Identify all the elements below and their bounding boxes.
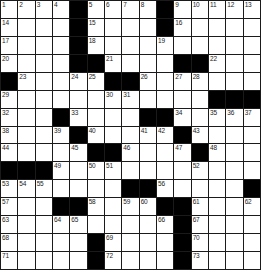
cell-r2c13[interactable] <box>209 19 225 36</box>
clue-number-24: 24 <box>71 73 78 80</box>
black-cell-r15c6 <box>88 252 104 269</box>
cell-r7c13[interactable]: 35 <box>209 109 225 126</box>
cell-r10c13[interactable] <box>209 162 225 179</box>
cell-r15c9[interactable] <box>140 252 156 269</box>
cell-r12c1[interactable]: 57 <box>1 198 17 215</box>
clue-number-73: 73 <box>193 252 200 259</box>
cell-r6c2[interactable] <box>18 91 34 108</box>
black-cell-r6c13 <box>209 91 225 108</box>
cell-r5c10[interactable] <box>157 73 173 90</box>
cell-r3c2[interactable] <box>18 37 34 54</box>
black-cell-r8c11 <box>174 127 190 144</box>
black-cell-r12c10 <box>157 198 173 215</box>
cell-r6c11[interactable] <box>174 91 190 108</box>
cell-r15c3[interactable] <box>36 252 52 269</box>
cell-r12c14[interactable] <box>226 198 242 215</box>
cell-r9c13[interactable]: 48 <box>209 144 225 161</box>
cell-r12c7[interactable] <box>105 198 121 215</box>
cell-r6c3[interactable] <box>36 91 52 108</box>
clue-number-41: 41 <box>141 127 148 134</box>
cell-r13c3[interactable] <box>36 216 52 233</box>
black-cell-r11c15 <box>244 180 260 197</box>
cell-r10c14[interactable] <box>226 162 242 179</box>
black-cell-r14c11 <box>174 234 190 251</box>
black-cell-r11c9 <box>140 180 156 197</box>
cell-r3c4[interactable] <box>53 37 69 54</box>
cell-r3c13[interactable] <box>209 37 225 54</box>
clue-number-10: 10 <box>193 1 200 8</box>
cell-r2c6[interactable]: 15 <box>88 19 104 36</box>
cell-r11c2[interactable]: 54 <box>18 180 34 197</box>
cell-r1c12[interactable]: 10 <box>192 1 208 18</box>
cell-r4c8[interactable] <box>122 55 138 72</box>
cell-r1c7[interactable]: 6 <box>105 1 121 18</box>
cell-r13c15[interactable] <box>244 216 260 233</box>
clue-number-40: 40 <box>89 127 96 134</box>
cell-r12c13[interactable] <box>209 198 225 215</box>
clue-number-69: 69 <box>106 234 113 241</box>
cell-r4c4[interactable] <box>53 55 69 72</box>
cell-r3c15[interactable] <box>244 37 260 54</box>
black-cell-r4c5 <box>70 55 86 72</box>
clue-number-47: 47 <box>175 144 182 151</box>
cell-r8c13[interactable] <box>209 127 225 144</box>
clue-number-7: 7 <box>123 1 126 8</box>
cell-r15c10[interactable] <box>157 252 173 269</box>
cell-r10c12[interactable]: 52 <box>192 162 208 179</box>
cell-r8c1[interactable]: 38 <box>1 127 17 144</box>
cell-r3c14[interactable] <box>226 37 242 54</box>
clue-number-29: 29 <box>2 91 9 98</box>
cell-r7c12[interactable] <box>192 109 208 126</box>
cell-r1c3[interactable]: 3 <box>36 1 52 18</box>
clue-number-13: 13 <box>245 1 252 8</box>
cell-r13c6[interactable] <box>88 216 104 233</box>
cell-r7c11[interactable]: 34 <box>174 109 190 126</box>
clue-number-39: 39 <box>54 127 61 134</box>
cell-r2c9[interactable] <box>140 19 156 36</box>
cell-r10c9[interactable] <box>140 162 156 179</box>
clue-number-70: 70 <box>193 234 200 241</box>
cell-r8c14[interactable] <box>226 127 242 144</box>
clue-number-38: 38 <box>2 127 9 134</box>
black-cell-r14c6 <box>88 234 104 251</box>
cell-r12c15[interactable]: 62 <box>244 198 260 215</box>
cell-r13c7[interactable] <box>105 216 121 233</box>
cell-r1c15[interactable]: 13 <box>244 1 260 18</box>
clue-number-2: 2 <box>19 1 22 8</box>
cell-r6c8[interactable]: 31 <box>122 91 138 108</box>
black-cell-r10c3 <box>36 162 52 179</box>
cell-r5c6[interactable]: 25 <box>88 73 104 90</box>
black-cell-r4c11 <box>174 55 190 72</box>
clue-number-34: 34 <box>175 109 182 116</box>
cell-r8c4[interactable]: 39 <box>53 127 69 144</box>
cell-r10c11[interactable] <box>174 162 190 179</box>
clue-number-35: 35 <box>210 109 217 116</box>
cell-r15c5[interactable] <box>70 252 86 269</box>
cell-r9c5[interactable]: 45 <box>70 144 86 161</box>
cell-r4c15[interactable] <box>244 55 260 72</box>
cell-r2c11[interactable]: 16 <box>174 19 190 36</box>
cell-r14c1[interactable]: 68 <box>1 234 17 251</box>
clue-number-57: 57 <box>2 198 9 205</box>
cell-r3c3[interactable] <box>36 37 52 54</box>
cell-r9c4[interactable] <box>53 144 69 161</box>
cell-r4c9[interactable] <box>140 55 156 72</box>
clue-number-12: 12 <box>227 1 234 8</box>
cell-r9c9[interactable] <box>140 144 156 161</box>
cell-r5c2[interactable]: 23 <box>18 73 34 90</box>
cell-r14c3[interactable] <box>36 234 52 251</box>
cell-r6c9[interactable] <box>140 91 156 108</box>
cell-r13c8[interactable] <box>122 216 138 233</box>
black-cell-r7c9 <box>140 109 156 126</box>
cell-r11c6[interactable] <box>88 180 104 197</box>
clue-number-17: 17 <box>2 37 9 44</box>
cell-r15c13[interactable] <box>209 252 225 269</box>
clue-number-62: 62 <box>245 198 252 205</box>
clue-number-43: 43 <box>193 127 200 134</box>
clue-number-4: 4 <box>54 1 57 8</box>
cell-r1c8[interactable]: 7 <box>122 1 138 18</box>
cell-r4c7[interactable]: 21 <box>105 55 121 72</box>
black-cell-r13c11 <box>174 216 190 233</box>
clue-number-60: 60 <box>141 198 148 205</box>
cell-r11c11[interactable] <box>174 180 190 197</box>
cell-r8c8[interactable] <box>122 127 138 144</box>
cell-r15c15[interactable] <box>244 252 260 269</box>
cell-r9c11[interactable]: 47 <box>174 144 190 161</box>
clue-number-44: 44 <box>2 144 9 151</box>
black-cell-r10c1 <box>1 162 17 179</box>
cell-r1c2[interactable]: 2 <box>18 1 34 18</box>
clue-number-66: 66 <box>158 216 165 223</box>
cell-r7c1[interactable]: 32 <box>1 109 17 126</box>
cell-r9c10[interactable] <box>157 144 173 161</box>
black-cell-r7c10 <box>157 109 173 126</box>
cell-r3c10[interactable]: 19 <box>157 37 173 54</box>
clue-number-28: 28 <box>193 73 200 80</box>
clue-number-26: 26 <box>141 73 148 80</box>
cell-r4c14[interactable] <box>226 55 242 72</box>
cell-r5c5[interactable]: 24 <box>70 73 86 90</box>
cell-r12c3[interactable] <box>36 198 52 215</box>
black-cell-r12c11 <box>174 198 190 215</box>
cell-r5c9[interactable]: 26 <box>140 73 156 90</box>
cell-r13c5[interactable]: 65 <box>70 216 86 233</box>
cell-r2c12[interactable] <box>192 19 208 36</box>
cell-r8c12[interactable]: 43 <box>192 127 208 144</box>
cell-r13c13[interactable] <box>209 216 225 233</box>
black-cell-r11c8 <box>122 180 138 197</box>
cell-r14c7[interactable]: 69 <box>105 234 121 251</box>
black-cell-r6c14 <box>226 91 242 108</box>
cell-r6c10[interactable] <box>157 91 173 108</box>
crossword-grid: 1234567891011121314151617181920212223242… <box>0 0 261 270</box>
black-cell-r12c4 <box>53 198 69 215</box>
cell-r10c6[interactable]: 50 <box>88 162 104 179</box>
cell-r13c12[interactable]: 67 <box>192 216 208 233</box>
cell-r7c7[interactable] <box>105 109 121 126</box>
clue-number-54: 54 <box>19 180 26 187</box>
cell-r13c4[interactable]: 64 <box>53 216 69 233</box>
black-cell-r2c10 <box>157 19 173 36</box>
clue-number-59: 59 <box>123 198 130 205</box>
black-cell-r4c12 <box>192 55 208 72</box>
black-cell-r1c10 <box>157 1 173 18</box>
cell-r12c9[interactable]: 60 <box>140 198 156 215</box>
cell-r11c10[interactable]: 56 <box>157 180 173 197</box>
cell-r6c4[interactable] <box>53 91 69 108</box>
clue-number-53: 53 <box>2 180 9 187</box>
cell-r1c11[interactable]: 9 <box>174 1 190 18</box>
cell-r9c2[interactable] <box>18 144 34 161</box>
clue-number-49: 49 <box>54 162 61 169</box>
black-cell-r12c5 <box>70 198 86 215</box>
cell-r14c2[interactable] <box>18 234 34 251</box>
cell-r9c1[interactable]: 44 <box>1 144 17 161</box>
clue-number-20: 20 <box>2 55 9 62</box>
cell-r6c12[interactable] <box>192 91 208 108</box>
clue-number-21: 21 <box>106 55 113 62</box>
cell-r9c14[interactable] <box>226 144 242 161</box>
cell-r10c5[interactable] <box>70 162 86 179</box>
cell-r11c12[interactable] <box>192 180 208 197</box>
cell-r2c7[interactable] <box>105 19 121 36</box>
clue-number-50: 50 <box>89 162 96 169</box>
cell-r6c6[interactable] <box>88 91 104 108</box>
cell-r1c1[interactable]: 1 <box>1 1 17 18</box>
cell-r11c13[interactable] <box>209 180 225 197</box>
clue-number-61: 61 <box>193 198 200 205</box>
clue-number-15: 15 <box>89 19 96 26</box>
cell-r4c3[interactable] <box>36 55 52 72</box>
cell-r6c7[interactable]: 30 <box>105 91 121 108</box>
cell-r14c5[interactable] <box>70 234 86 251</box>
clue-number-22: 22 <box>210 55 217 62</box>
clue-number-8: 8 <box>141 1 144 8</box>
black-cell-r5c1 <box>1 73 17 90</box>
cell-r4c10[interactable] <box>157 55 173 72</box>
cell-r14c4[interactable] <box>53 234 69 251</box>
cell-r8c9[interactable]: 41 <box>140 127 156 144</box>
cell-r10c8[interactable] <box>122 162 138 179</box>
cell-r10c15[interactable] <box>244 162 260 179</box>
cell-r7c6[interactable] <box>88 109 104 126</box>
cell-r1c14[interactable]: 12 <box>226 1 242 18</box>
cell-r15c1[interactable]: 71 <box>1 252 17 269</box>
clue-number-6: 6 <box>106 1 109 8</box>
cell-r7c5[interactable]: 33 <box>70 109 86 126</box>
cell-r14c12[interactable]: 70 <box>192 234 208 251</box>
black-cell-r5c8 <box>122 73 138 90</box>
cell-r3c1[interactable]: 17 <box>1 37 17 54</box>
black-cell-r9c12 <box>192 144 208 161</box>
cell-r2c2[interactable] <box>18 19 34 36</box>
clue-number-5: 5 <box>89 1 92 8</box>
cell-r7c14[interactable]: 36 <box>226 109 242 126</box>
cell-r2c15[interactable] <box>244 19 260 36</box>
cell-r8c6[interactable]: 40 <box>88 127 104 144</box>
cell-r14c15[interactable] <box>244 234 260 251</box>
cell-r4c13[interactable]: 22 <box>209 55 225 72</box>
clue-number-37: 37 <box>245 109 252 116</box>
cell-r5c3[interactable] <box>36 73 52 90</box>
cell-r8c15[interactable] <box>244 127 260 144</box>
cell-r9c15[interactable] <box>244 144 260 161</box>
clue-number-48: 48 <box>210 144 217 151</box>
cell-r4c1[interactable]: 20 <box>1 55 17 72</box>
clue-number-42: 42 <box>158 127 165 134</box>
cell-r3c6[interactable]: 18 <box>88 37 104 54</box>
cell-r3c8[interactable] <box>122 37 138 54</box>
cell-r8c7[interactable] <box>105 127 121 144</box>
black-cell-r5c7 <box>105 73 121 90</box>
clue-number-68: 68 <box>2 234 9 241</box>
clue-number-31: 31 <box>123 91 130 98</box>
cell-r15c8[interactable] <box>122 252 138 269</box>
cell-r15c7[interactable]: 72 <box>105 252 121 269</box>
cell-r2c8[interactable] <box>122 19 138 36</box>
clue-number-56: 56 <box>158 180 165 187</box>
black-cell-r1c5 <box>70 1 86 18</box>
black-cell-r9c7 <box>105 144 121 161</box>
black-cell-r6c15 <box>244 91 260 108</box>
cell-r11c14[interactable] <box>226 180 242 197</box>
cell-r14c13[interactable] <box>209 234 225 251</box>
cell-r13c1[interactable]: 63 <box>1 216 17 233</box>
cell-r5c12[interactable]: 28 <box>192 73 208 90</box>
cell-r3c12[interactable] <box>192 37 208 54</box>
cell-r7c2[interactable] <box>18 109 34 126</box>
clue-number-72: 72 <box>106 252 113 259</box>
cell-r8c2[interactable] <box>18 127 34 144</box>
clue-number-36: 36 <box>227 109 234 116</box>
cell-r6c1[interactable]: 29 <box>1 91 17 108</box>
cell-r14c8[interactable] <box>122 234 138 251</box>
cell-r10c7[interactable]: 51 <box>105 162 121 179</box>
cell-r14c10[interactable] <box>157 234 173 251</box>
cell-r14c14[interactable] <box>226 234 242 251</box>
clue-number-45: 45 <box>71 144 78 151</box>
cell-r7c8[interactable] <box>122 109 138 126</box>
clue-number-52: 52 <box>193 162 200 169</box>
cell-r13c10[interactable]: 66 <box>157 216 173 233</box>
cell-r5c15[interactable] <box>244 73 260 90</box>
clue-number-33: 33 <box>71 109 78 116</box>
black-cell-r4c6 <box>88 55 104 72</box>
cell-r1c4[interactable]: 4 <box>53 1 69 18</box>
cell-r5c13[interactable] <box>209 73 225 90</box>
cell-r2c3[interactable] <box>36 19 52 36</box>
cell-r15c14[interactable] <box>226 252 242 269</box>
cell-r2c1[interactable]: 14 <box>1 19 17 36</box>
cell-r12c8[interactable]: 59 <box>122 198 138 215</box>
clue-number-16: 16 <box>175 19 182 26</box>
cell-r5c11[interactable]: 27 <box>174 73 190 90</box>
cell-r11c1[interactable]: 53 <box>1 180 17 197</box>
cell-r9c3[interactable] <box>36 144 52 161</box>
clue-number-9: 9 <box>175 1 178 8</box>
cell-r8c3[interactable] <box>36 127 52 144</box>
black-cell-r8c5 <box>70 127 86 144</box>
cell-r9c8[interactable]: 46 <box>122 144 138 161</box>
cell-r2c4[interactable] <box>53 19 69 36</box>
black-cell-r3c5 <box>70 37 86 54</box>
cell-r15c4[interactable] <box>53 252 69 269</box>
black-cell-r7c4 <box>53 109 69 126</box>
cell-r13c14[interactable] <box>226 216 242 233</box>
clue-number-1: 1 <box>2 1 5 8</box>
cell-r5c14[interactable] <box>226 73 242 90</box>
clue-number-58: 58 <box>89 198 96 205</box>
cell-r13c9[interactable] <box>140 216 156 233</box>
cell-r11c5[interactable] <box>70 180 86 197</box>
clue-number-71: 71 <box>2 252 9 259</box>
cell-r11c7[interactable] <box>105 180 121 197</box>
cell-r5c4[interactable] <box>53 73 69 90</box>
cell-r7c3[interactable] <box>36 109 52 126</box>
cell-r1c6[interactable]: 5 <box>88 1 104 18</box>
cell-r6c5[interactable] <box>70 91 86 108</box>
cell-r14c9[interactable] <box>140 234 156 251</box>
clue-number-55: 55 <box>37 180 44 187</box>
cell-r12c6[interactable]: 58 <box>88 198 104 215</box>
clue-number-11: 11 <box>210 1 216 8</box>
cell-r1c13[interactable]: 11 <box>209 1 225 18</box>
clue-number-63: 63 <box>2 216 9 223</box>
cell-r10c10[interactable] <box>157 162 173 179</box>
cell-r3c7[interactable] <box>105 37 121 54</box>
clue-number-18: 18 <box>89 37 96 44</box>
cell-r3c11[interactable] <box>174 37 190 54</box>
clue-number-25: 25 <box>89 73 96 80</box>
cell-r12c12[interactable]: 61 <box>192 198 208 215</box>
cell-r1c9[interactable]: 8 <box>140 1 156 18</box>
black-cell-r2c5 <box>70 19 86 36</box>
cell-r7c15[interactable]: 37 <box>244 109 260 126</box>
black-cell-r15c11 <box>174 252 190 269</box>
cell-r12c2[interactable] <box>18 198 34 215</box>
clue-number-30: 30 <box>106 91 113 98</box>
cell-r10c4[interactable]: 49 <box>53 162 69 179</box>
cell-r13c2[interactable] <box>18 216 34 233</box>
clue-number-19: 19 <box>158 37 165 44</box>
clue-number-23: 23 <box>19 73 26 80</box>
clue-number-27: 27 <box>175 73 182 80</box>
cell-r11c4[interactable] <box>53 180 69 197</box>
black-cell-r9c6 <box>88 144 104 161</box>
clue-number-65: 65 <box>71 216 78 223</box>
cell-r3c9[interactable] <box>140 37 156 54</box>
clue-number-3: 3 <box>37 1 40 8</box>
cell-r15c12[interactable]: 73 <box>192 252 208 269</box>
cell-r4c2[interactable] <box>18 55 34 72</box>
clue-number-67: 67 <box>193 216 200 223</box>
clue-number-46: 46 <box>123 144 130 151</box>
clue-number-32: 32 <box>2 109 9 116</box>
cell-r8c10[interactable]: 42 <box>157 127 173 144</box>
clue-number-14: 14 <box>2 19 9 26</box>
clue-number-64: 64 <box>54 216 61 223</box>
cell-r2c14[interactable] <box>226 19 242 36</box>
black-cell-r10c2 <box>18 162 34 179</box>
cell-r11c3[interactable]: 55 <box>36 180 52 197</box>
cell-r15c2[interactable] <box>18 252 34 269</box>
clue-number-51: 51 <box>106 162 113 169</box>
